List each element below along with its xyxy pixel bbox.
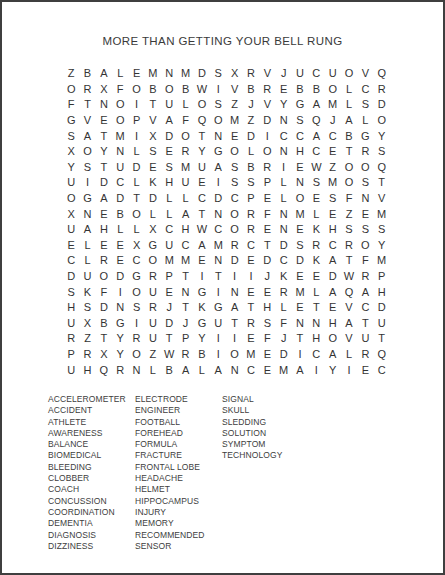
word-list-item: RECOMMENDED [135,530,222,541]
grid-cell: E [194,253,210,269]
grid-cell: E [259,284,275,300]
grid-cell: V [259,66,275,82]
grid-cell: O [325,331,341,347]
grid-cell: S [243,175,259,191]
grid-cell: N [275,222,291,238]
grid-cell: Z [243,113,259,129]
grid-cell: N [226,362,242,378]
grid-cell: L [161,191,177,207]
grid-cell: I [210,175,226,191]
word-list-item: BIOMEDICAL [48,450,135,461]
grid-cell: K [145,175,161,191]
grid-cell: E [308,269,324,285]
word-list-item: CLOBBER [48,473,135,484]
grid-cell: J [161,300,177,316]
grid-cell: R [79,82,95,98]
grid-cell: U [161,97,177,113]
word-list-item: HEADACHE [135,473,222,484]
grid-cell: O [292,191,308,207]
word-list-item: SIGNAL [222,394,309,405]
grid-cell: O [128,82,144,98]
grid-cell: T [194,128,210,144]
grid-cell: E [243,331,259,347]
grid-cell: L [145,362,161,378]
word-list-item: HELMET [135,484,222,495]
grid-cell: I [210,284,226,300]
grid-cell: U [63,362,79,378]
grid-cell: E [292,222,308,238]
grid-cell: H [325,316,341,332]
grid-cell: M [177,160,193,176]
grid-cell: E [357,206,373,222]
grid-cell: Z [226,97,242,113]
grid-cell: A [177,362,193,378]
grid-cell: Q [194,113,210,129]
grid-cell: J [325,113,341,129]
word-list-item: FRONTAL LOBE [135,462,222,473]
grid-cell: O [357,160,373,176]
grid-cell: M [374,253,390,269]
grid-cell: C [226,191,242,207]
grid-cell: V [374,191,390,207]
grid-cell: X [145,128,161,144]
grid-cell: R [226,238,242,254]
grid-cell: D [145,191,161,207]
grid-cell: R [145,269,161,285]
grid-cell: L [145,206,161,222]
word-list-item: BALANCE [48,439,135,450]
grid-cell: A [96,191,112,207]
grid-cell: M [243,347,259,363]
grid-cell: H [63,300,79,316]
grid-cell: A [194,238,210,254]
grid-cell: I [226,269,242,285]
grid-cell: N [275,144,291,160]
grid-cell: S [210,66,226,82]
grid-cell: I [226,331,242,347]
grid-cell: E [292,300,308,316]
grid-cell: G [194,284,210,300]
grid-cell: S [374,144,390,160]
grid-cell: C [292,128,308,144]
grid-cell: E [112,238,128,254]
grid-cell: F [63,97,79,113]
grid-cell: I [210,82,226,98]
grid-cell: S [308,175,324,191]
grid-cell: S [226,160,242,176]
grid-cell: U [145,331,161,347]
grid-cell: H [325,222,341,238]
grid-cell: E [259,191,275,207]
word-list-item: SKULL [222,405,309,416]
grid-cell: T [357,316,373,332]
grid-cell: A [325,347,341,363]
word-list-item: ELECTRODE [135,394,222,405]
grid-cell: C [243,238,259,254]
word-list-item: HIPPOCAMPUS [135,496,222,507]
grid-cell: C [308,347,324,363]
grid-cell: H [374,284,390,300]
word-list-item: INJURY [135,507,222,518]
grid-cell: D [128,160,144,176]
grid-cell: D [63,269,79,285]
grid-cell: D [275,347,291,363]
word-list-item: FOOTBALL [135,417,222,428]
grid-cell: I [79,175,95,191]
grid-cell: N [161,66,177,82]
grid-cell: X [79,316,95,332]
word-list-item: SENSOR [135,541,222,552]
grid-cell: L [341,82,357,98]
grid-cell: R [243,66,259,82]
grid-cell: S [341,222,357,238]
grid-cell: K [308,253,324,269]
grid-cell: N [79,206,95,222]
grid-cell: R [79,347,95,363]
word-list-item: BLEEDING [48,462,135,473]
grid-cell: L [275,191,291,207]
grid-cell: N [226,284,242,300]
word-list-item: ATHLETE [48,417,135,428]
grid-cell: E [243,253,259,269]
grid-cell: T [341,144,357,160]
grid-cell: E [226,128,242,144]
word-list-item: CONCUSSION [48,496,135,507]
grid-cell: L [341,347,357,363]
grid-cell: Q [374,160,390,176]
grid-cell: I [210,347,226,363]
grid-cell: T [194,206,210,222]
grid-cell: I [128,316,144,332]
grid-cell: E [292,269,308,285]
grid-cell: B [145,82,161,98]
grid-cell: U [145,316,161,332]
grid-cell: S [292,238,308,254]
grid-cell: A [79,222,95,238]
grid-cell: G [210,300,226,316]
grid-cell: S [145,144,161,160]
grid-cell: T [259,238,275,254]
grid-cell: S [357,97,373,113]
grid-cell: O [210,113,226,129]
grid-cell: I [194,269,210,285]
grid-cell: C [243,362,259,378]
grid-cell: E [112,253,128,269]
puzzle-title: MORE THAN GETTING YOUR BELL RUNG [2,35,443,47]
grid-cell: D [210,191,226,207]
grid-cell: F [96,284,112,300]
grid-cell: U [63,175,79,191]
letter-grid: ZBALEMNMDSXRVJUCUOVQORXFOBOBWIVBREBBOLCR… [63,66,390,378]
grid-cell: V [357,66,373,82]
grid-cell: C [325,128,341,144]
grid-cell: G [63,113,79,129]
grid-cell: T [210,269,226,285]
grid-cell: Q [374,347,390,363]
grid-cell: S [210,97,226,113]
grid-cell: E [128,66,144,82]
grid-cell: U [210,316,226,332]
grid-cell: L [112,66,128,82]
grid-cell: M [325,175,341,191]
grid-cell: O [325,82,341,98]
grid-cell: Q [96,362,112,378]
grid-cell: A [177,206,193,222]
grid-cell: S [259,316,275,332]
grid-cell: D [112,191,128,207]
grid-cell: R [259,82,275,98]
grid-cell: A [96,66,112,82]
grid-cell: F [177,113,193,129]
grid-cell: E [357,362,373,378]
grid-cell: V [79,113,95,129]
word-column: SIGNALSKULLSLEDDINGSOLUTIONSYMPTOMTECHNO… [222,394,309,552]
grid-cell: T [96,160,112,176]
grid-cell: S [226,175,242,191]
grid-cell: M [145,66,161,82]
grid-cell: A [341,113,357,129]
grid-cell: G [79,191,95,207]
grid-cell: P [259,175,275,191]
grid-cell: J [243,97,259,113]
grid-cell: K [308,222,324,238]
grid-cell: A [308,128,324,144]
grid-cell: B [341,128,357,144]
grid-cell: O [341,175,357,191]
grid-cell: J [275,66,291,82]
grid-cell: O [128,206,144,222]
grid-cell: F [259,206,275,222]
grid-cell: O [226,206,242,222]
grid-cell: O [128,347,144,363]
grid-cell: N [210,206,226,222]
grid-cell: O [194,97,210,113]
grid-cell: S [128,300,144,316]
grid-cell: Y [275,97,291,113]
grid-cell: Y [325,362,341,378]
grid-cell: E [259,347,275,363]
grid-cell: D [259,253,275,269]
grid-cell: E [308,191,324,207]
grid-cell: S [292,113,308,129]
grid-cell: T [374,331,390,347]
word-column: ELECTRODEENGINEERFOOTBALLFOREHEADFORMULA… [135,394,222,552]
grid-cell: T [128,191,144,207]
grid-cell: T [341,253,357,269]
grid-cell: C [128,253,144,269]
grid-cell: T [226,316,242,332]
grid-cell: A [292,362,308,378]
grid-cell: R [96,253,112,269]
grid-cell: Q [374,66,390,82]
grid-cell: O [96,269,112,285]
grid-cell: C [177,238,193,254]
grid-cell: I [292,347,308,363]
grid-cell: F [341,191,357,207]
grid-cell: B [79,66,95,82]
grid-cell: N [210,253,226,269]
grid-cell: O [112,97,128,113]
grid-cell: W [194,222,210,238]
grid-cell: T [145,97,161,113]
word-list-item: FRACTURE [135,450,222,461]
grid-cell: H [259,300,275,316]
grid-cell: I [210,331,226,347]
grid-cell: M [226,113,242,129]
grid-cell: U [63,316,79,332]
grid-cell: N [177,284,193,300]
grid-cell: M [374,206,390,222]
grid-cell: S [357,175,373,191]
grid-cell: M [177,253,193,269]
grid-cell: O [374,113,390,129]
grid-cell: X [96,347,112,363]
grid-cell: A [357,284,373,300]
grid-cell: H [308,331,324,347]
grid-cell: P [177,331,193,347]
grid-cell: D [226,253,242,269]
grid-cell: E [161,284,177,300]
grid-cell: U [79,269,95,285]
grid-cell: S [63,128,79,144]
grid-cell: L [177,97,193,113]
grid-cell: B [96,316,112,332]
grid-cell: N [357,191,373,207]
grid-cell: C [194,191,210,207]
grid-cell: M [292,206,308,222]
grid-cell: L [341,97,357,113]
grid-cell: Y [374,238,390,254]
grid-cell: W [161,347,177,363]
grid-cell: A [161,113,177,129]
grid-cell: P [374,269,390,285]
grid-cell: O [226,222,242,238]
grid-cell: T [177,269,193,285]
grid-cell: N [112,300,128,316]
grid-cell: U [145,284,161,300]
grid-cell: M [210,238,226,254]
grid-cell: A [325,253,341,269]
grid-cell: F [275,316,291,332]
word-list: ACCELEROMETERACCIDENTATHLETEAWARENESSBAL… [48,394,309,552]
grid-cell: N [292,175,308,191]
grid-cell: Z [63,66,79,82]
grid-cell: C [161,222,177,238]
grid-cell: R [308,238,324,254]
grid-cell: D [243,128,259,144]
grid-cell: Y [194,144,210,160]
grid-cell: A [210,362,226,378]
grid-cell: V [145,113,161,129]
grid-cell: C [275,253,291,269]
grid-cell: O [145,253,161,269]
grid-cell: I [275,160,291,176]
grid-cell: U [292,66,308,82]
grid-cell: Y [112,331,128,347]
grid-cell: X [63,144,79,160]
grid-cell: E [259,222,275,238]
grid-cell: T [96,331,112,347]
grid-cell: N [275,206,291,222]
grid-cell: S [357,222,373,238]
grid-cell: C [308,66,324,82]
grid-cell: F [357,253,373,269]
grid-cell: E [194,175,210,191]
grid-cell: T [79,97,95,113]
grid-cell: I [243,269,259,285]
word-list-item: TECHNOLOGY [222,450,309,461]
grid-cell: D [325,269,341,285]
grid-cell: L [177,191,193,207]
grid-cell: D [374,97,390,113]
word-list-item: SLEDDING [222,417,309,428]
grid-cell: S [63,284,79,300]
word-list-item: SOLUTION [222,428,309,439]
grid-cell: K [275,269,291,285]
grid-cell: A [341,316,357,332]
grid-cell: E [161,144,177,160]
grid-cell: Q [341,284,357,300]
grid-cell: E [325,144,341,160]
grid-cell: O [226,347,242,363]
grid-cell: S [374,222,390,238]
grid-cell: A [325,284,341,300]
grid-cell: O [161,82,177,98]
grid-cell: M [325,97,341,113]
grid-cell: M [161,253,177,269]
grid-cell: H [161,175,177,191]
grid-cell: R [357,269,373,285]
grid-cell: O [259,144,275,160]
grid-cell: O [79,144,95,160]
word-list-item: FORMULA [135,439,222,450]
word-list-item: ACCELEROMETER [48,394,135,405]
word-list-item: DIZZINESS [48,541,135,552]
grid-cell: B [292,82,308,98]
grid-cell: P [128,113,144,129]
grid-cell: T [292,331,308,347]
grid-cell: U [177,175,193,191]
grid-cell: O [63,82,79,98]
grid-cell: M [177,66,193,82]
grid-cell: P [243,191,259,207]
word-list-item: DEMENTIA [48,518,135,529]
grid-cell: M [275,362,291,378]
grid-cell: F [259,331,275,347]
grid-cell: G [145,238,161,254]
grid-cell: R [177,347,193,363]
grid-cell: D [96,300,112,316]
grid-cell: O [226,144,242,160]
grid-cell: Y [63,160,79,176]
grid-cell: V [341,300,357,316]
grid-cell: G [128,269,144,285]
grid-cell: L [357,113,373,129]
grid-cell: X [128,238,144,254]
grid-cell: B [177,82,193,98]
grid-cell: S [325,191,341,207]
grid-cell: N [275,113,291,129]
grid-cell: D [275,238,291,254]
grid-cell: S [79,160,95,176]
grid-cell: E [275,82,291,98]
grid-cell: K [79,284,95,300]
grid-cell: M [112,128,128,144]
grid-cell: R [63,331,79,347]
grid-cell: T [243,300,259,316]
grid-cell: U [194,160,210,176]
grid-cell: B [112,206,128,222]
